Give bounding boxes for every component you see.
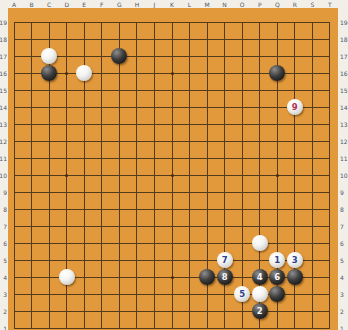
grid-line [14, 311, 331, 312]
stone-R14: 9 [287, 99, 303, 115]
row-label-left-13: 13 [0, 121, 7, 128]
stone-P4: 4 [252, 269, 268, 285]
move-number: 4 [257, 273, 263, 282]
stone-D4 [59, 269, 75, 285]
row-label-right-19: 19 [340, 19, 348, 26]
row-label-right-9: 9 [340, 189, 348, 196]
row-label-left-8: 8 [0, 206, 7, 213]
row-label-right-2: 2 [340, 308, 348, 315]
stone-M4 [199, 269, 215, 285]
go-diagram: ABCDEFGHJKLMNOPQRST191918181717161615151… [0, 0, 348, 330]
star-point [65, 174, 68, 177]
row-label-left-12: 12 [0, 138, 7, 145]
column-label-G: G [117, 0, 122, 8]
star-point [276, 174, 279, 177]
stone-Q16 [269, 65, 285, 81]
column-label-J: J [154, 0, 156, 8]
grid-line [329, 22, 330, 329]
column-label-D: D [64, 0, 69, 8]
stone-P2: 2 [252, 303, 268, 319]
move-number: 3 [292, 256, 298, 265]
column-label-K: K [170, 0, 174, 8]
row-label-left-18: 18 [0, 36, 7, 43]
stone-Q5: 1 [269, 252, 285, 268]
grid-line [242, 22, 243, 329]
stone-E16 [76, 65, 92, 81]
row-label-right-5: 5 [340, 257, 348, 264]
column-label-L: L [188, 0, 191, 8]
column-label-B: B [30, 0, 34, 8]
column-label-E: E [82, 0, 86, 8]
move-number: 5 [239, 290, 245, 299]
stone-R5: 3 [287, 252, 303, 268]
stone-Q3 [269, 286, 285, 302]
move-number: 1 [274, 256, 280, 265]
row-label-left-6: 6 [0, 240, 7, 247]
column-label-P: P [258, 0, 262, 8]
row-label-right-10: 10 [340, 172, 348, 179]
move-number: 8 [222, 273, 228, 282]
row-label-right-8: 8 [340, 206, 348, 213]
star-point [171, 72, 174, 75]
grid-line [189, 22, 190, 329]
row-label-left-19: 19 [0, 19, 7, 26]
move-number: 2 [257, 307, 263, 316]
stone-N5: 7 [217, 252, 233, 268]
column-label-O: O [240, 0, 245, 8]
row-label-right-16: 16 [340, 70, 348, 77]
row-label-right-12: 12 [340, 138, 348, 145]
row-label-right-13: 13 [340, 121, 348, 128]
row-label-left-2: 2 [0, 308, 7, 315]
grid-line [312, 22, 313, 329]
stone-N4: 8 [217, 269, 233, 285]
column-label-F: F [100, 0, 103, 8]
grid-line [14, 226, 331, 227]
go-board[interactable]: ABCDEFGHJKLMNOPQRST191918181717161615151… [0, 0, 348, 330]
row-label-left-14: 14 [0, 104, 7, 111]
stone-Q4: 6 [269, 269, 285, 285]
column-label-A: A [12, 0, 16, 8]
row-label-left-5: 5 [0, 257, 7, 264]
move-number: 9 [292, 103, 298, 112]
row-label-left-16: 16 [0, 70, 7, 77]
row-label-right-6: 6 [340, 240, 348, 247]
column-label-Q: Q [275, 0, 280, 8]
grid-line [14, 192, 331, 193]
column-label-H: H [135, 0, 140, 8]
stone-C16 [41, 65, 57, 81]
column-label-T: T [328, 0, 332, 8]
row-label-right-7: 7 [340, 223, 348, 230]
row-label-right-17: 17 [340, 53, 348, 60]
row-label-left-7: 7 [0, 223, 7, 230]
stone-P6 [252, 235, 268, 251]
star-point [171, 276, 174, 279]
stone-O3: 5 [234, 286, 250, 302]
star-point [171, 174, 174, 177]
grid-line [14, 209, 331, 210]
column-label-S: S [310, 0, 314, 8]
row-label-left-17: 17 [0, 53, 7, 60]
column-label-N: N [222, 0, 227, 8]
stone-G17 [111, 48, 127, 64]
row-label-left-9: 9 [0, 189, 7, 196]
row-label-right-18: 18 [340, 36, 348, 43]
row-label-left-11: 11 [0, 155, 7, 162]
row-label-right-15: 15 [340, 87, 348, 94]
row-label-right-14: 14 [340, 104, 348, 111]
grid-line [14, 328, 331, 329]
row-label-right-4: 4 [340, 274, 348, 281]
stone-P3 [252, 286, 268, 302]
row-label-right-11: 11 [340, 155, 348, 162]
row-label-left-15: 15 [0, 87, 7, 94]
row-label-left-3: 3 [0, 291, 7, 298]
stone-R4 [287, 269, 303, 285]
column-label-C: C [47, 0, 51, 8]
row-label-right-1: 1 [340, 325, 348, 330]
stone-C17 [41, 48, 57, 64]
row-label-left-10: 10 [0, 172, 7, 179]
move-number: 6 [274, 273, 280, 282]
grid-line [14, 243, 331, 244]
star-point [65, 72, 68, 75]
row-label-left-1: 1 [0, 325, 7, 330]
row-label-left-4: 4 [0, 274, 7, 281]
move-number: 7 [222, 256, 228, 265]
column-label-M: M [205, 0, 210, 8]
column-label-R: R [293, 0, 297, 8]
row-label-right-3: 3 [340, 291, 348, 298]
